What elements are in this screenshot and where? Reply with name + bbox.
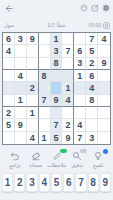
cell-r4c6[interactable] [62, 70, 74, 82]
cell-r7c9[interactable] [98, 107, 110, 119]
edit-pencil-square-icon[interactable] [91, 4, 99, 12]
check-badge [80, 149, 87, 153]
hint-label: تلميح [93, 162, 104, 168]
cell-r2c1[interactable]: 4 [3, 45, 15, 57]
cell-r6c2[interactable]: 1 [15, 95, 27, 107]
cell-r9c3[interactable]: 4 [27, 132, 39, 144]
cell-r6c8[interactable]: 8 [86, 95, 98, 107]
cell-r8c7[interactable]: 4 [74, 119, 86, 131]
cell-r2c3[interactable] [27, 45, 39, 57]
eraser-icon [31, 151, 41, 161]
cell-r3c3[interactable] [27, 58, 39, 70]
cell-r9c7[interactable]: 7 [74, 132, 86, 144]
cell-r3c2[interactable] [15, 58, 27, 70]
cell-r2c5[interactable]: 3 [51, 45, 63, 57]
cell-r7c1[interactable]: 2 [3, 107, 15, 119]
sudoku-app-screen: سهل خطأ: 1/3 00:00 639174437658329481621… [0, 0, 113, 200]
cell-r4c1[interactable] [3, 70, 15, 82]
cell-r5c6[interactable]: 1 [62, 82, 74, 94]
numpad-3[interactable]: 3 [26, 173, 37, 192]
cell-r6c7[interactable] [74, 95, 86, 107]
cell-r5c9[interactable] [98, 82, 110, 94]
pause-icon[interactable] [103, 22, 110, 29]
numpad-5[interactable]: 5 [51, 173, 62, 192]
cell-r6c6[interactable]: 4 [62, 95, 74, 107]
notes-label: ملاحظات [47, 162, 66, 168]
cell-r2c7[interactable]: 6 [74, 45, 86, 57]
undo-label: تراجع [9, 162, 20, 168]
cell-r4c8[interactable]: 6 [86, 70, 98, 82]
cell-r8c6[interactable]: 2 [62, 119, 74, 131]
cell-r9c1[interactable] [3, 132, 15, 144]
cell-r3c9[interactable]: 9 [98, 58, 110, 70]
numpad-6[interactable]: 6 [63, 173, 74, 192]
hint-button[interactable]: تلميح [89, 149, 107, 171]
eraser-label: ممحاة [29, 162, 42, 168]
cell-r9c5[interactable]: 5 [51, 132, 63, 144]
cell-r3c6[interactable] [62, 58, 74, 70]
numpad-7[interactable]: 7 [75, 173, 86, 192]
cell-r1c9[interactable]: 4 [98, 33, 110, 45]
cell-r5c1[interactable] [3, 82, 15, 94]
undo-icon [10, 151, 20, 161]
cell-r1c5[interactable]: 1 [51, 33, 63, 45]
cell-r2c8[interactable]: 5 [86, 45, 98, 57]
cell-r8c8[interactable] [86, 119, 98, 131]
cell-r6c9[interactable] [98, 95, 110, 107]
undo-button[interactable]: تراجع [6, 149, 24, 171]
numpad-1[interactable]: 1 [2, 173, 13, 192]
cell-r3c4[interactable] [39, 58, 51, 70]
palette-icon[interactable] [80, 4, 88, 12]
cell-r5c8[interactable]: 4 [86, 82, 98, 94]
cell-r5c3[interactable]: 2 [27, 82, 39, 94]
sudoku-board: 6391744376583294816214179482159724415973 [2, 32, 111, 145]
cell-r8c4[interactable] [39, 119, 51, 131]
cell-r7c5[interactable] [51, 107, 63, 119]
cell-r8c9[interactable] [98, 119, 110, 131]
cell-r4c5[interactable] [51, 70, 63, 82]
cell-r3c7[interactable]: 3 [74, 58, 86, 70]
cell-r6c3[interactable] [27, 95, 39, 107]
app-bar [0, 0, 113, 16]
cell-r9c2[interactable] [15, 132, 27, 144]
eraser-button[interactable]: ممحاة [27, 149, 45, 171]
cell-r5c7[interactable] [74, 82, 86, 94]
cell-r2c4[interactable] [39, 45, 51, 57]
cell-r1c6[interactable] [62, 33, 74, 45]
cell-r3c1[interactable] [3, 58, 15, 70]
cell-r9c4[interactable]: 1 [39, 132, 51, 144]
hint-count-badge [103, 149, 108, 154]
cell-r1c8[interactable]: 7 [86, 33, 98, 45]
cell-r7c2[interactable] [15, 107, 27, 119]
cell-r7c7[interactable] [74, 107, 86, 119]
cell-r4c4[interactable]: 8 [39, 70, 51, 82]
bulb-icon [93, 151, 103, 161]
cell-r4c9[interactable] [98, 70, 110, 82]
cell-r5c4[interactable] [39, 82, 51, 94]
cell-r1c7[interactable] [74, 33, 86, 45]
check-label: تدقيق [71, 162, 83, 168]
cell-r1c1[interactable]: 6 [3, 33, 15, 45]
number-pad: 123456789 [2, 173, 111, 192]
cell-r3c5[interactable]: 8 [51, 58, 63, 70]
cell-r2c6[interactable]: 7 [62, 45, 74, 57]
notes-toggle-badge [60, 149, 67, 153]
notes-button[interactable]: ملاحظات [48, 149, 66, 171]
cell-r1c4[interactable] [39, 33, 51, 45]
status-row: سهل خطأ: 1/3 00:00 [3, 20, 110, 30]
cell-r6c1[interactable] [3, 95, 15, 107]
cell-r4c2[interactable]: 4 [15, 70, 27, 82]
cell-r6c4[interactable]: 7 [39, 95, 51, 107]
cell-r7c6[interactable] [62, 107, 74, 119]
cell-r5c2[interactable] [15, 82, 27, 94]
cell-r7c3[interactable]: 1 [27, 107, 39, 119]
numpad-9[interactable]: 9 [100, 173, 111, 192]
cell-r3c8[interactable]: 2 [86, 58, 98, 70]
cell-r4c7[interactable]: 1 [74, 70, 86, 82]
back-arrow-icon[interactable] [4, 4, 13, 13]
cell-r9c8[interactable]: 3 [86, 132, 98, 144]
cell-r8c1[interactable]: 5 [3, 119, 15, 131]
numpad-4[interactable]: 4 [39, 173, 50, 192]
numpad-8[interactable]: 8 [88, 173, 99, 192]
cell-r1c3[interactable]: 9 [27, 33, 39, 45]
cell-r7c4[interactable] [39, 107, 51, 119]
cell-r5c5[interactable] [51, 82, 63, 94]
cell-r9c9[interactable] [98, 132, 110, 144]
numpad-2[interactable]: 2 [14, 173, 25, 192]
cell-r2c2[interactable] [15, 45, 27, 57]
cell-r9c6[interactable]: 9 [62, 132, 74, 144]
cell-r8c3[interactable] [27, 119, 39, 131]
cell-r1c2[interactable]: 3 [15, 33, 27, 45]
cell-r2c9[interactable] [98, 45, 110, 57]
cell-r8c5[interactable]: 7 [51, 119, 63, 131]
cell-r4c3[interactable] [27, 70, 39, 82]
action-toolbar: تراجع ممحاة ملاحظات تدقيق [2, 149, 111, 171]
settings-gear-icon[interactable] [102, 4, 110, 12]
cell-r7c8[interactable] [86, 107, 98, 119]
cell-r6c5[interactable]: 9 [51, 95, 63, 107]
timer-value: 00:00 [88, 20, 101, 30]
check-button[interactable]: تدقيق [68, 149, 86, 171]
cell-r8c2[interactable]: 9 [15, 119, 27, 131]
